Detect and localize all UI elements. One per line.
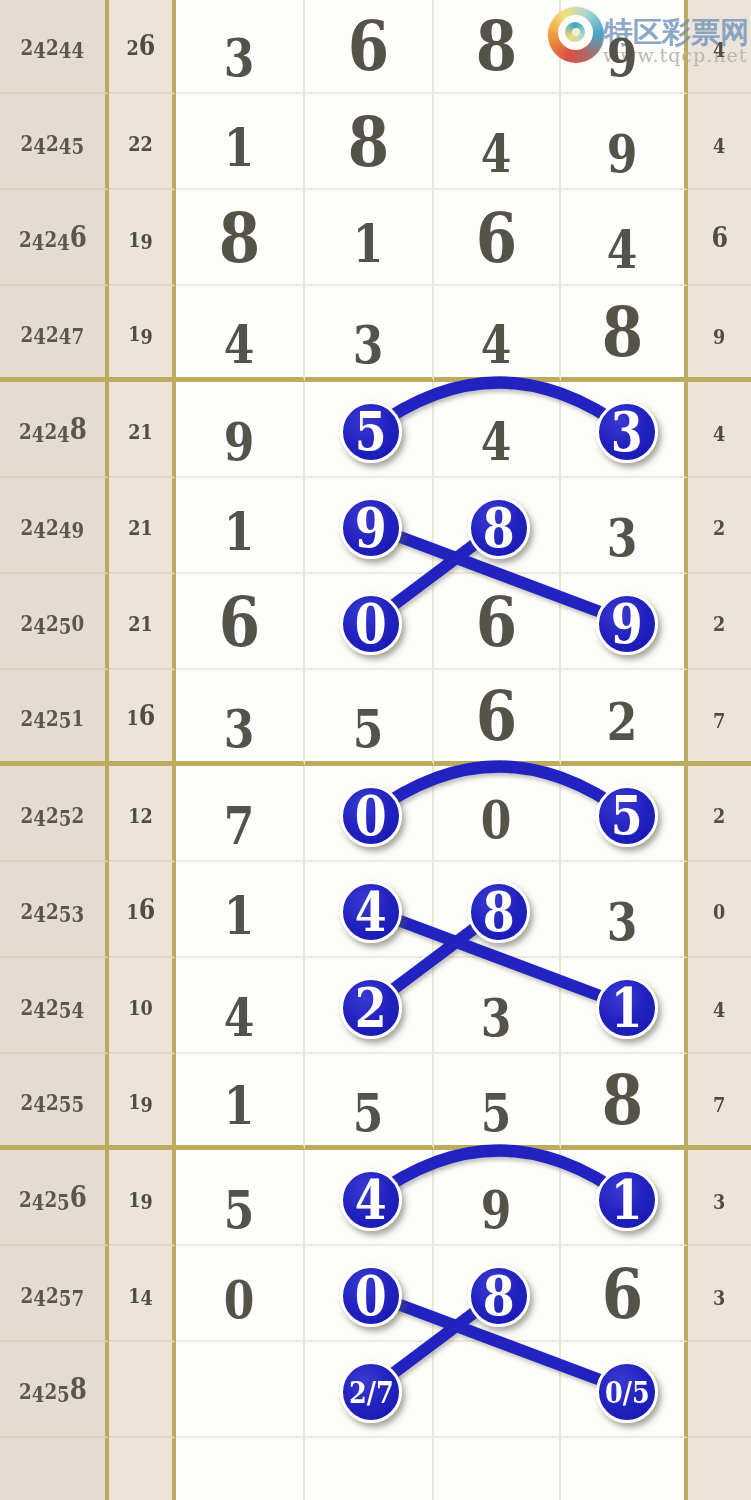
number-text: 6 [348,4,389,87]
number-text: 1 [224,100,255,183]
number-text: 24251 [21,699,84,733]
circled-number: 2 [340,977,402,1039]
digit-cell: 6 [434,670,561,766]
number-text: 9 [713,315,725,348]
number-text: 10 [128,989,153,1022]
circled-number: 2/7 [340,1361,402,1423]
number-text: 19 [128,315,153,348]
circled-number: 0/5 [596,1361,658,1423]
issue-cell: 24255 [0,1054,109,1150]
digit-cell [176,1438,305,1500]
number-text: 9 [224,388,255,471]
digit-cell: 1 [305,190,434,286]
digit-cell: 5 [176,1150,305,1246]
number-text: 8 [348,100,389,183]
digit-cell: 5 [434,1054,561,1150]
circled-number: 8 [468,497,530,559]
number-text: 3 [224,674,255,757]
circled-number: 0 [340,593,402,655]
digit-cell: 3 [176,670,305,766]
number-text: 1 [611,976,643,1040]
issue-cell: 24254 [0,958,109,1054]
digit-cell: 3 [305,286,434,382]
number-text: 5 [611,784,643,848]
circled-number: 9 [596,593,658,655]
number-text: 21 [128,605,153,638]
digit-cell: 8 [561,1054,688,1150]
number-text: 4 [355,1168,387,1232]
sum-cell: 21 [109,478,176,574]
site-logo-icon [548,7,604,63]
issue-cell: 24252 [0,766,109,862]
number-text: 24245 [21,124,84,158]
number-text: 8 [483,880,515,944]
issue-cell: 24250 [0,574,109,670]
number-text: 8 [483,1264,515,1328]
circled-number: 5 [340,401,402,463]
number-text: 5 [224,1156,255,1239]
tail-cell: 3 [688,1150,751,1246]
tail-cell: 9 [688,286,751,382]
number-text: 7 [713,699,725,732]
circled-number: 0 [340,1265,402,1327]
number-text: 4 [713,989,725,1022]
number-text: 8 [476,4,517,87]
number-text: 26 [126,29,155,62]
number-text: 6 [602,1252,643,1335]
digit-cell: 3 [176,0,305,94]
tail-cell: 4 [688,958,751,1054]
digit-cell [434,1342,561,1438]
number-text: 0 [224,1252,255,1335]
number-text: 24258 [19,1372,87,1406]
number-text: 9 [611,592,643,656]
circled-number: 8 [468,881,530,943]
digit-cell: 5 [305,670,434,766]
number-text: 7 [713,1083,725,1116]
digit-cell: 4 [176,286,305,382]
number-text: 6 [219,580,260,663]
sum-cell: 16 [109,670,176,766]
number-text: 2 [607,674,638,757]
number-text: 19 [128,1083,153,1116]
number-text: 19 [128,1181,153,1214]
digit-cell: 6 [561,1246,688,1342]
number-text: 24257 [21,1276,84,1310]
circled-number: 5 [596,785,658,847]
number-text: 24256 [19,1180,87,1214]
number-text: 0 [713,893,725,926]
number-text: 5 [481,1058,512,1141]
number-text: 4 [224,290,255,373]
number-text: 4 [713,29,725,62]
number-text: 4 [481,388,512,471]
circled-number: 1 [596,977,658,1039]
number-text: 24247 [21,315,84,349]
digit-cell: 5 [305,1054,434,1150]
number-text: 9 [355,496,387,560]
sum-cell: 14 [109,1246,176,1342]
number-text: 0 [481,772,512,855]
circled-number: 4 [340,881,402,943]
number-text: 5 [353,674,384,757]
circled-number: 1 [596,1169,658,1231]
tail-cell [688,1438,751,1500]
number-text: 6 [476,580,517,663]
digit-cell: 4 [434,286,561,382]
issue-cell: 24246 [0,190,109,286]
number-text: 24254 [21,988,84,1022]
number-text: 24250 [21,604,84,638]
number-text: 3 [713,1277,725,1310]
digit-cell: 3 [434,958,561,1054]
digit-cell: 0 [434,766,561,862]
number-text: 8 [219,196,260,279]
digit-cell: 6 [305,0,434,94]
number-text: 21 [128,509,153,542]
digit-cell: 6 [434,190,561,286]
number-text: 14 [128,1277,153,1310]
digit-cell: 3 [561,478,688,574]
number-text: 4 [481,100,512,183]
tail-cell: 4 [688,382,751,478]
number-text: 0/5 [605,1375,650,1410]
issue-cell: 24247 [0,286,109,382]
number-text: 6 [711,221,728,254]
number-text: 9 [607,4,638,87]
sum-cell: 10 [109,958,176,1054]
number-text: 22 [128,125,153,158]
number-text: 5 [355,400,387,464]
sum-cell: 19 [109,190,176,286]
digit-cell [176,1342,305,1438]
sum-cell: 19 [109,286,176,382]
tail-cell: 3 [688,1246,751,1342]
number-text: 9 [607,100,638,183]
digit-cell: 0 [176,1246,305,1342]
number-text: 2 [713,509,725,542]
digit-cell: 6 [176,574,305,670]
tail-cell: 2 [688,766,751,862]
number-text: 19 [128,221,153,254]
digit-cell: 3 [561,862,688,958]
digit-cell: 8 [176,190,305,286]
number-text: 24253 [21,892,84,926]
number-text: 1 [224,484,255,567]
number-text: 21 [128,413,153,446]
issue-cell [0,1438,109,1500]
sum-cell: 21 [109,382,176,478]
tail-cell: 7 [688,1054,751,1150]
tail-cell: 7 [688,670,751,766]
number-text: 2 [713,605,725,638]
number-text: 3 [607,484,638,567]
circled-number: 4 [340,1169,402,1231]
circled-number: 9 [340,497,402,559]
tail-cell: 6 [688,190,751,286]
number-text: 3 [353,290,384,373]
number-text: 4 [224,964,255,1047]
number-text: 24249 [21,508,84,542]
number-text: 2 [355,976,387,1040]
issue-cell: 24256 [0,1150,109,1246]
digit-cell: 8 [561,286,688,382]
digit-cell: 9 [434,1150,561,1246]
tail-cell [688,1342,751,1438]
number-text: 3 [481,964,512,1047]
number-text: 8 [602,1058,643,1141]
number-text: 6 [476,674,517,757]
digit-cell: 2 [561,670,688,766]
number-text: 2 [713,797,725,830]
sum-cell [109,1342,176,1438]
number-text: 24246 [19,220,87,254]
number-text: 6 [476,196,517,279]
tail-cell: 2 [688,478,751,574]
number-text: 0 [355,1264,387,1328]
sum-cell: 26 [109,0,176,94]
sum-cell: 19 [109,1150,176,1246]
digit-cell [561,1438,688,1500]
number-text: 0 [355,784,387,848]
number-text: 24252 [21,796,84,830]
issue-cell: 24244 [0,0,109,94]
lottery-trend-chart: 2424426368942424522184942424619816462424… [0,0,751,1500]
issue-cell: 24245 [0,94,109,190]
number-text: 3 [611,400,643,464]
site-logo-dot [572,28,580,36]
digit-cell: 9 [176,382,305,478]
digit-cell: 1 [176,862,305,958]
number-text: 1 [611,1168,643,1232]
circled-number: 8 [468,1265,530,1327]
number-text: 4 [481,290,512,373]
digit-cell: 8 [305,94,434,190]
issue-cell: 24248 [0,382,109,478]
number-text: 16 [126,699,155,732]
tail-cell: 2 [688,574,751,670]
digit-cell: 1 [176,94,305,190]
sum-cell: 16 [109,862,176,958]
sum-cell: 21 [109,574,176,670]
number-text: 4 [713,413,725,446]
number-text: 16 [126,893,155,926]
digit-cell: 4 [561,190,688,286]
sum-cell [109,1438,176,1500]
digit-cell: 7 [176,766,305,862]
digit-cell: 4 [434,94,561,190]
sum-cell: 19 [109,1054,176,1150]
number-text: 0 [355,592,387,656]
digit-cell: 8 [434,0,561,94]
issue-cell: 24257 [0,1246,109,1342]
number-text: 5 [353,1058,384,1141]
issue-cell: 24258 [0,1342,109,1438]
number-text: 1 [353,196,384,279]
issue-cell: 24253 [0,862,109,958]
tail-cell: 0 [688,862,751,958]
digit-cell [434,1438,561,1500]
digit-cell: 4 [176,958,305,1054]
number-text: 7 [224,772,255,855]
number-text: 4 [713,125,725,158]
issue-cell: 24251 [0,670,109,766]
digit-cell: 1 [176,478,305,574]
number-text: 24255 [21,1083,84,1117]
digit-cell: 6 [434,574,561,670]
number-text: 24244 [21,28,84,62]
number-text: 8 [483,496,515,560]
digit-cell: 4 [434,382,561,478]
number-text: 4 [607,196,638,279]
number-text: 3 [607,868,638,951]
number-text: 4 [355,880,387,944]
digit-cell [305,1438,434,1500]
number-text: 1 [224,1058,255,1141]
number-text: 9 [481,1156,512,1239]
number-text: 24248 [19,412,87,446]
issue-cell: 24249 [0,478,109,574]
number-text: 3 [224,4,255,87]
number-text: 2/7 [349,1375,394,1410]
number-text: 8 [602,290,643,373]
circled-number: 3 [596,401,658,463]
number-text: 12 [128,797,153,830]
digit-cell: 9 [561,94,688,190]
sum-cell: 22 [109,94,176,190]
number-text: 3 [713,1181,725,1214]
digit-cell: 1 [176,1054,305,1150]
sum-cell: 12 [109,766,176,862]
circled-number: 0 [340,785,402,847]
number-text: 1 [224,868,255,951]
tail-cell: 4 [688,94,751,190]
